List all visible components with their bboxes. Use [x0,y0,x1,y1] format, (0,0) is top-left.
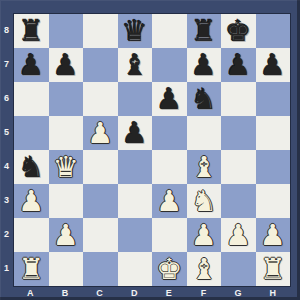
square-c8[interactable] [83,14,118,48]
square-h1[interactable]: ♜ [256,252,291,286]
rank-labels: 87654321 [0,13,13,285]
square-d4[interactable] [118,150,153,184]
white-king-icon: ♚ [152,252,187,286]
file-label-b: B [48,286,83,299]
square-b3[interactable] [49,184,84,218]
black-queen-icon: ♛ [118,14,153,48]
rank-label-5: 5 [0,115,13,149]
square-d7[interactable]: ♝ [118,48,153,82]
square-f2[interactable]: ♟ [187,218,222,252]
square-c5[interactable]: ♟ [83,116,118,150]
white-pawn-icon: ♟ [49,218,84,252]
black-pawn-icon: ♟ [187,48,222,82]
white-pawn-icon: ♟ [256,218,291,252]
square-b6[interactable] [49,82,84,116]
square-h2[interactable]: ♟ [256,218,291,252]
black-pawn-icon: ♟ [49,48,84,82]
square-h8[interactable] [256,14,291,48]
square-e8[interactable] [152,14,187,48]
square-a5[interactable] [14,116,49,150]
square-c7[interactable] [83,48,118,82]
square-f1[interactable]: ♝ [187,252,222,286]
rank-label-4: 4 [0,149,13,183]
square-f5[interactable] [187,116,222,150]
square-d6[interactable] [118,82,153,116]
white-rook-icon: ♜ [14,252,49,286]
file-label-a: A [13,286,48,299]
square-g8[interactable]: ♚ [221,14,256,48]
file-label-g: G [221,286,256,299]
rank-label-7: 7 [0,47,13,81]
white-queen-icon: ♛ [49,150,84,184]
square-b4[interactable]: ♛ [49,150,84,184]
file-label-c: C [82,286,117,299]
square-g3[interactable] [221,184,256,218]
square-d5[interactable]: ♟ [118,116,153,150]
square-f3[interactable]: ♞ [187,184,222,218]
square-e4[interactable] [152,150,187,184]
square-d3[interactable] [118,184,153,218]
white-knight-icon: ♞ [187,184,222,218]
square-f7[interactable]: ♟ [187,48,222,82]
file-label-h: H [255,286,290,299]
black-rook-icon: ♜ [14,14,49,48]
chess-board: ♜♛♜♚♟♟♝♟♟♟♟♞♟♟♞♛♝♟♟♞♟♟♟♟♜♚♝♜ [13,13,291,287]
square-e7[interactable] [152,48,187,82]
square-a6[interactable] [14,82,49,116]
file-label-f: F [186,286,221,299]
white-bishop-icon: ♝ [187,150,222,184]
square-g4[interactable] [221,150,256,184]
black-bishop-icon: ♝ [118,48,153,82]
square-g6[interactable] [221,82,256,116]
square-b8[interactable] [49,14,84,48]
black-pawn-icon: ♟ [118,116,153,150]
black-pawn-icon: ♟ [14,48,49,82]
square-e3[interactable]: ♟ [152,184,187,218]
white-rook-icon: ♜ [256,252,291,286]
square-c4[interactable] [83,150,118,184]
black-pawn-icon: ♟ [256,48,291,82]
file-label-d: D [117,286,152,299]
square-d8[interactable]: ♛ [118,14,153,48]
square-b7[interactable]: ♟ [49,48,84,82]
square-h3[interactable] [256,184,291,218]
white-pawn-icon: ♟ [152,184,187,218]
rank-label-8: 8 [0,13,13,47]
square-a3[interactable]: ♟ [14,184,49,218]
square-c2[interactable] [83,218,118,252]
square-f4[interactable]: ♝ [187,150,222,184]
square-h4[interactable] [256,150,291,184]
rank-label-3: 3 [0,183,13,217]
square-b1[interactable] [49,252,84,286]
square-a8[interactable]: ♜ [14,14,49,48]
square-b2[interactable]: ♟ [49,218,84,252]
white-pawn-icon: ♟ [221,218,256,252]
white-pawn-icon: ♟ [187,218,222,252]
square-g1[interactable] [221,252,256,286]
white-pawn-icon: ♟ [14,184,49,218]
square-a7[interactable]: ♟ [14,48,49,82]
square-h6[interactable] [256,82,291,116]
square-g2[interactable]: ♟ [221,218,256,252]
square-f6[interactable]: ♞ [187,82,222,116]
square-h7[interactable]: ♟ [256,48,291,82]
white-bishop-icon: ♝ [187,252,222,286]
black-pawn-icon: ♟ [152,82,187,116]
black-knight-icon: ♞ [14,150,49,184]
square-b5[interactable] [49,116,84,150]
square-a2[interactable] [14,218,49,252]
square-e1[interactable]: ♚ [152,252,187,286]
black-knight-icon: ♞ [187,82,222,116]
square-d1[interactable] [118,252,153,286]
square-c6[interactable] [83,82,118,116]
white-pawn-icon: ♟ [83,116,118,150]
file-labels: ABCDEFGH [13,286,290,299]
black-pawn-icon: ♟ [221,48,256,82]
square-d2[interactable] [118,218,153,252]
rank-label-6: 6 [0,81,13,115]
square-g7[interactable]: ♟ [221,48,256,82]
black-rook-icon: ♜ [187,14,222,48]
chess-board-frame: 87654321 ♜♛♜♚♟♟♝♟♟♟♟♞♟♟♞♛♝♟♟♞♟♟♟♟♜♚♝♜ AB… [0,0,300,300]
file-label-e: E [152,286,187,299]
rank-label-1: 1 [0,251,13,285]
square-a1[interactable]: ♜ [14,252,49,286]
square-f8[interactable]: ♜ [187,14,222,48]
square-a4[interactable]: ♞ [14,150,49,184]
rank-label-2: 2 [0,217,13,251]
square-g5[interactable] [221,116,256,150]
square-e5[interactable] [152,116,187,150]
black-king-icon: ♚ [221,14,256,48]
square-c1[interactable] [83,252,118,286]
square-h5[interactable] [256,116,291,150]
square-c3[interactable] [83,184,118,218]
square-e2[interactable] [152,218,187,252]
square-e6[interactable]: ♟ [152,82,187,116]
